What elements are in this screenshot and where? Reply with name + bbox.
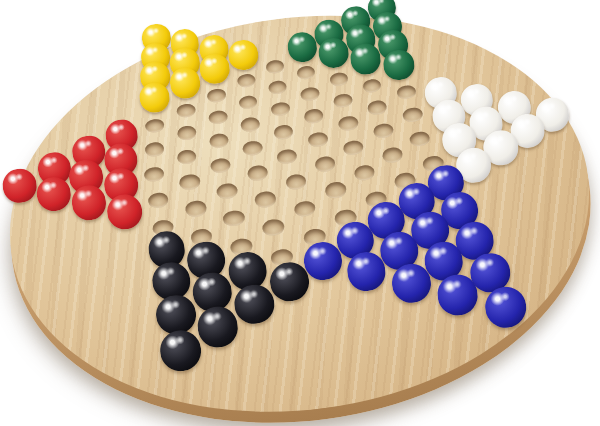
board-hole[interactable] [314, 156, 336, 173]
board-hole[interactable] [207, 88, 227, 104]
board-hole[interactable] [238, 94, 258, 110]
board-hole[interactable] [144, 141, 165, 158]
board-hole[interactable] [333, 93, 354, 109]
board-hole[interactable] [273, 124, 294, 141]
board-hole[interactable] [240, 116, 261, 132]
board-hole[interactable] [396, 84, 417, 100]
board-hole[interactable] [300, 86, 320, 102]
board-hole[interactable] [307, 131, 328, 148]
board-hole[interactable] [265, 59, 284, 74]
board-hole[interactable] [147, 191, 169, 209]
board-hole[interactable] [236, 73, 256, 88]
board-hole[interactable] [324, 181, 347, 199]
board-hole[interactable] [268, 79, 288, 95]
board-hole[interactable] [402, 107, 423, 124]
board-hole[interactable] [338, 115, 359, 132]
marble-black[interactable] [195, 304, 240, 349]
board-hole[interactable] [208, 132, 229, 149]
board-hole[interactable] [143, 166, 165, 183]
board-hole[interactable] [382, 147, 404, 164]
board-hole[interactable] [293, 200, 316, 218]
board-hole[interactable] [353, 164, 375, 182]
marble-green[interactable] [286, 31, 319, 64]
board-hole[interactable] [216, 182, 238, 200]
board-hole[interactable] [207, 109, 228, 125]
board-hole[interactable] [270, 101, 291, 117]
board-hole[interactable] [209, 157, 231, 174]
marble-red[interactable] [35, 175, 73, 213]
marble-black[interactable] [157, 328, 203, 374]
board-hole[interactable] [176, 149, 197, 166]
board-perspective-wrapper [0, 0, 600, 426]
board-hole[interactable] [242, 140, 263, 157]
board-hole[interactable] [303, 108, 324, 124]
chinese-checkers-board-photo [0, 0, 600, 426]
board-hole[interactable] [276, 148, 298, 165]
board-hole[interactable] [367, 99, 388, 115]
board-hole[interactable] [373, 123, 394, 140]
board-hole[interactable] [362, 78, 382, 94]
marble-yellow[interactable] [227, 38, 260, 71]
board-hole[interactable] [254, 191, 277, 209]
marble-red[interactable] [1, 167, 39, 205]
board-holes-layer [0, 0, 600, 426]
board-hole[interactable] [409, 130, 431, 147]
board-hole[interactable] [184, 200, 207, 218]
board-hole[interactable] [262, 218, 285, 236]
board-hole[interactable] [176, 125, 197, 141]
board-hole[interactable] [285, 173, 307, 191]
board-hole[interactable] [222, 209, 245, 227]
board-hole[interactable] [179, 174, 201, 191]
board-hole[interactable] [246, 165, 268, 182]
board-hole[interactable] [145, 118, 166, 134]
board-hole[interactable] [343, 139, 365, 156]
board-hole[interactable] [176, 102, 196, 118]
board-hole[interactable] [329, 71, 349, 87]
board-hole[interactable] [297, 65, 317, 80]
